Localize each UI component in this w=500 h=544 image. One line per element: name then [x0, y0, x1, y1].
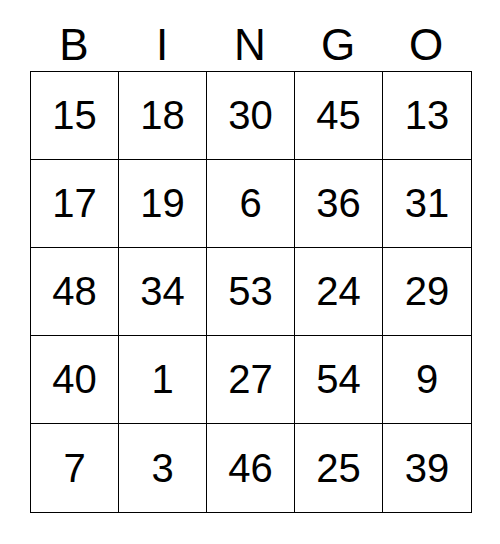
- cell-r3c2[interactable]: 34: [119, 248, 207, 336]
- cell-r2c4[interactable]: 36: [295, 160, 383, 248]
- cell-r4c3[interactable]: 27: [207, 336, 295, 424]
- cell-r5c2[interactable]: 3: [119, 424, 207, 512]
- header-letter-n: N: [206, 0, 294, 71]
- cell-r4c5[interactable]: 9: [383, 336, 471, 424]
- cell-r1c3[interactable]: 30: [207, 72, 295, 160]
- header-letter-g: G: [294, 0, 382, 71]
- bingo-card: B I N G O 15 18 30 45 13 17 19 6 36 31 4…: [0, 0, 500, 544]
- cell-r3c3[interactable]: 53: [207, 248, 295, 336]
- cell-r2c2[interactable]: 19: [119, 160, 207, 248]
- cell-r1c4[interactable]: 45: [295, 72, 383, 160]
- cell-r1c1[interactable]: 15: [31, 72, 119, 160]
- cell-r4c4[interactable]: 54: [295, 336, 383, 424]
- cell-r4c1[interactable]: 40: [31, 336, 119, 424]
- header-letter-o: O: [382, 0, 470, 71]
- cell-r5c4[interactable]: 25: [295, 424, 383, 512]
- cell-r4c2[interactable]: 1: [119, 336, 207, 424]
- bingo-grid: 15 18 30 45 13 17 19 6 36 31 48 34 53 24…: [30, 71, 472, 513]
- cell-r2c1[interactable]: 17: [31, 160, 119, 248]
- cell-r1c5[interactable]: 13: [383, 72, 471, 160]
- cell-r5c1[interactable]: 7: [31, 424, 119, 512]
- cell-r5c3[interactable]: 46: [207, 424, 295, 512]
- cell-r2c3[interactable]: 6: [207, 160, 295, 248]
- cell-r3c5[interactable]: 29: [383, 248, 471, 336]
- cell-r2c5[interactable]: 31: [383, 160, 471, 248]
- cell-r1c2[interactable]: 18: [119, 72, 207, 160]
- cell-r3c1[interactable]: 48: [31, 248, 119, 336]
- cell-r5c5[interactable]: 39: [383, 424, 471, 512]
- header-letter-b: B: [30, 0, 118, 71]
- bingo-header: B I N G O: [30, 0, 470, 71]
- cell-r3c4[interactable]: 24: [295, 248, 383, 336]
- header-letter-i: I: [118, 0, 206, 71]
